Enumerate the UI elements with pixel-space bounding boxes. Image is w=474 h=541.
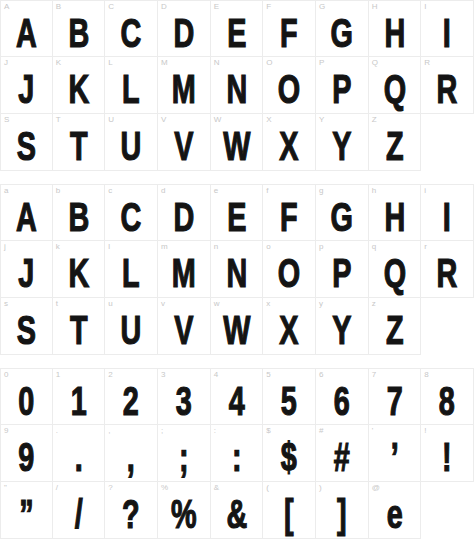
char-glyph: D [165, 185, 202, 241]
char-cell: !! [421, 425, 474, 482]
charmap-row: jJkKlLmMnNoOpPqQrR [0, 241, 474, 298]
char-cell: FF [263, 0, 316, 57]
char-glyph: ? [113, 482, 150, 538]
char-glyph: 0 [8, 369, 44, 425]
char-cell-corner-label: l [108, 242, 110, 252]
char-cell: 11 [53, 368, 106, 425]
char-glyph: O [271, 241, 308, 297]
char-glyph: 8 [429, 369, 466, 425]
char-glyph: M [165, 57, 202, 113]
char-cell: nN [211, 241, 264, 298]
char-glyph: Q [376, 241, 413, 297]
charmap-block-digits-punctuation: 00112233445566778899..,,;;::$$##'’!!"”//… [0, 368, 474, 539]
char-glyph: L [113, 57, 150, 113]
char-glyph: E [218, 1, 255, 57]
char-cell-corner-label: ; [161, 426, 163, 436]
char-cell-corner-label: " [4, 483, 7, 493]
char-glyph: 1 [60, 369, 97, 425]
char-cell: RR [421, 57, 474, 114]
char-glyph: T [60, 298, 97, 354]
charmap-row: SSTTUUVVWWXXYYZZ [0, 114, 474, 171]
char-cell: QQ [369, 57, 422, 114]
char-cell: sS [0, 298, 53, 355]
char-glyph: C [113, 185, 150, 241]
char-glyph: Z [376, 298, 413, 354]
char-glyph: [ [271, 482, 308, 538]
char-cell: aA [0, 184, 53, 241]
char-glyph: ; [165, 425, 202, 481]
char-cell: ;; [158, 425, 211, 482]
char-cell: pP [316, 241, 369, 298]
char-glyph: X [271, 114, 308, 170]
char-cell: OO [263, 57, 316, 114]
char-cell-corner-label: ' [372, 426, 374, 436]
char-cell: mM [158, 241, 211, 298]
char-glyph: H [376, 1, 413, 57]
charmap-row: 99..,,;;::$$##'’!! [0, 425, 474, 482]
char-glyph: H [376, 185, 413, 241]
char-glyph: 2 [113, 369, 150, 425]
char-glyph: J [8, 57, 44, 113]
char-glyph: ” [8, 482, 44, 538]
char-glyph: M [165, 241, 202, 297]
char-cell: 00 [0, 368, 53, 425]
char-glyph: G [323, 1, 360, 57]
char-cell: bB [53, 184, 106, 241]
char-cell: LL [105, 57, 158, 114]
char-glyph: E [218, 185, 255, 241]
char-cell: oO [263, 241, 316, 298]
char-cell-corner-label: / [56, 483, 58, 493]
char-glyph: I [429, 185, 466, 241]
char-cell: II [421, 0, 474, 57]
char-cell: hH [369, 184, 422, 241]
char-glyph: $ [271, 425, 308, 481]
char-glyph: P [323, 57, 360, 113]
char-cell: SS [0, 114, 53, 171]
char-cell: "” [0, 482, 53, 539]
char-cell: 66 [316, 368, 369, 425]
char-cell: 55 [263, 368, 316, 425]
charmap-block-uppercase: AABBCCDDEEFFGGHHIIJJKKLLMMNNOOPPQQRRSSTT… [0, 0, 474, 171]
charmap-block-lowercase: aAbBcCdDeEfFgGhHiIjJkKlLmMnNoOpPqQrRsStT… [0, 184, 474, 355]
char-glyph: L [113, 241, 150, 297]
char-glyph: Z [376, 114, 413, 170]
charmap-row: JJKKLLMMNNOOPPQQRR [0, 57, 474, 114]
char-cell: xX [263, 298, 316, 355]
char-cell: vV [158, 298, 211, 355]
char-cell: dD [158, 184, 211, 241]
char-glyph: % [165, 482, 202, 538]
char-cell: $$ [263, 425, 316, 482]
char-cell-corner-label: j [4, 242, 6, 252]
char-cell: 77 [369, 368, 422, 425]
char-glyph: A [8, 185, 44, 241]
char-glyph: U [113, 114, 150, 170]
char-cell: NN [211, 57, 264, 114]
char-glyph: 5 [271, 369, 308, 425]
char-cell: GG [316, 0, 369, 57]
char-glyph: K [60, 241, 97, 297]
char-cell: ([ [263, 482, 316, 539]
character-map-grid: AABBCCDDEEFFGGHHIIJJKKLLMMNNOOPPQQRRSSTT… [0, 0, 474, 539]
char-glyph: R [429, 57, 466, 113]
char-glyph: V [165, 298, 202, 354]
char-glyph: Y [323, 114, 360, 170]
char-cell: JJ [0, 57, 53, 114]
charmap-row: 001122334455667788 [0, 368, 474, 425]
char-cell-corner-label: ) [319, 483, 322, 493]
char-glyph: B [60, 185, 97, 241]
char-cell: PP [316, 57, 369, 114]
char-glyph: 6 [323, 369, 360, 425]
char-cell: 99 [0, 425, 53, 482]
char-cell-corner-label: I [424, 2, 426, 12]
char-cell-corner-label: : [214, 426, 216, 436]
char-glyph: e [376, 482, 413, 538]
char-glyph: 4 [218, 369, 255, 425]
char-glyph: # [323, 425, 360, 481]
char-glyph: / [60, 482, 97, 538]
char-glyph: S [8, 298, 44, 354]
char-cell-corner-label: ! [424, 426, 426, 436]
char-cell: HH [369, 0, 422, 57]
char-glyph: Q [376, 57, 413, 113]
char-cell-corner-label: k [56, 242, 60, 252]
char-cell-corner-label: f [266, 186, 268, 196]
char-glyph: C [113, 1, 150, 57]
char-cell-corner-label: i [424, 186, 426, 196]
char-cell: '’ [369, 425, 422, 482]
char-glyph: V [165, 114, 202, 170]
char-glyph: B [60, 1, 97, 57]
char-cell: @e [369, 482, 422, 539]
char-glyph: 7 [376, 369, 413, 425]
char-cell: CC [105, 0, 158, 57]
char-cell: ?? [105, 482, 158, 539]
char-glyph: N [218, 57, 255, 113]
char-cell-corner-label: r [424, 242, 427, 252]
char-cell: uU [105, 298, 158, 355]
char-cell: jJ [0, 241, 53, 298]
char-cell: VV [158, 114, 211, 171]
char-cell-corner-label: . [56, 426, 58, 436]
char-cell-corner-label: , [108, 426, 110, 436]
char-glyph: , [113, 425, 150, 481]
char-glyph: ] [323, 482, 360, 538]
char-cell: ## [316, 425, 369, 482]
char-cell: lL [105, 241, 158, 298]
char-cell: eE [211, 184, 264, 241]
charmap-row: sStTuUvVwWxXyYzZ [0, 298, 474, 355]
char-cell: MM [158, 57, 211, 114]
char-cell: BB [53, 0, 106, 57]
char-cell-corner-label: z [372, 299, 376, 309]
char-cell-corner-label: t [56, 299, 58, 309]
char-glyph: O [271, 57, 308, 113]
char-glyph: A [8, 1, 44, 57]
char-glyph: T [60, 114, 97, 170]
char-cell: AA [0, 0, 53, 57]
char-glyph: K [60, 57, 97, 113]
char-glyph: Y [323, 298, 360, 354]
char-cell: DD [158, 0, 211, 57]
charmap-row: "”//??%%&&([)]@e [0, 482, 474, 539]
char-glyph: P [323, 241, 360, 297]
char-cell: YY [316, 114, 369, 171]
char-cell: rR [421, 241, 474, 298]
charmap-row: AABBCCDDEEFFGGHHII [0, 0, 474, 57]
char-glyph: F [271, 185, 308, 241]
char-cell: // [53, 482, 106, 539]
char-glyph: W [218, 298, 255, 354]
char-cell: kK [53, 241, 106, 298]
char-glyph: X [271, 298, 308, 354]
char-glyph: J [8, 241, 44, 297]
char-cell: EE [211, 0, 264, 57]
char-cell: wW [211, 298, 264, 355]
char-glyph: 9 [8, 425, 44, 481]
charmap-row: aAbBcCdDeEfFgGhHiI [0, 184, 474, 241]
char-cell: zZ [369, 298, 422, 355]
char-cell: KK [53, 57, 106, 114]
char-glyph: ’ [376, 425, 413, 481]
char-cell: ZZ [369, 114, 422, 171]
char-cell: tT [53, 298, 106, 355]
char-cell: fF [263, 184, 316, 241]
char-glyph: R [429, 241, 466, 297]
char-cell: && [211, 482, 264, 539]
char-glyph: G [323, 185, 360, 241]
char-cell: 44 [211, 368, 264, 425]
char-cell: %% [158, 482, 211, 539]
char-cell: .. [53, 425, 106, 482]
char-cell: qQ [369, 241, 422, 298]
char-glyph: F [271, 1, 308, 57]
char-cell: WW [211, 114, 264, 171]
char-cell: yY [316, 298, 369, 355]
char-cell: iI [421, 184, 474, 241]
char-glyph: 3 [165, 369, 202, 425]
char-glyph: N [218, 241, 255, 297]
char-cell: :: [211, 425, 264, 482]
char-cell: ,, [105, 425, 158, 482]
char-cell: cC [105, 184, 158, 241]
char-glyph: : [218, 425, 255, 481]
char-glyph: W [218, 114, 255, 170]
char-glyph: D [165, 1, 202, 57]
char-cell: 33 [158, 368, 211, 425]
char-glyph: . [60, 425, 97, 481]
char-cell: gG [316, 184, 369, 241]
char-cell: TT [53, 114, 106, 171]
char-glyph: I [429, 1, 466, 57]
char-cell-corner-label: ( [266, 483, 269, 493]
char-cell: 22 [105, 368, 158, 425]
char-glyph: & [218, 482, 255, 538]
char-cell: 88 [421, 368, 474, 425]
char-cell: UU [105, 114, 158, 171]
char-cell: XX [263, 114, 316, 171]
char-glyph: U [113, 298, 150, 354]
char-glyph: ! [429, 425, 466, 481]
char-glyph: S [8, 114, 44, 170]
char-cell: )] [316, 482, 369, 539]
